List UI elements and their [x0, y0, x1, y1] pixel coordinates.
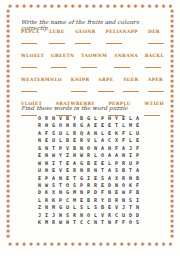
grid-cell: B: [71, 145, 78, 152]
grid-cell: T: [50, 145, 57, 152]
grid-cell: F: [120, 130, 127, 137]
grid-cell: N: [92, 130, 99, 137]
grid-cell: A: [99, 137, 106, 144]
grid-cell: A: [85, 122, 92, 129]
grid-cell: N: [78, 212, 85, 219]
grid-cell: R: [71, 130, 78, 137]
grid-cell: L: [57, 137, 64, 144]
grid-cell: T: [127, 167, 134, 174]
grid-cell: H: [43, 122, 50, 129]
grid-cell: L: [64, 130, 71, 137]
grid-cell: X: [113, 137, 120, 144]
grid-cell: M: [50, 204, 57, 211]
grid-cell: I: [85, 175, 92, 182]
grid-cell: O: [85, 145, 92, 152]
scramble-item: GEONR: [75, 29, 95, 44]
grid-cell: N: [64, 122, 71, 129]
grid-cell: Z: [36, 204, 43, 211]
grid-cell: L: [92, 212, 99, 219]
answer-blank: [98, 91, 114, 92]
grid-cell: P: [57, 197, 64, 204]
grid-cell: T: [127, 204, 134, 211]
grid-cell: N: [92, 219, 99, 226]
grid-cell: S: [127, 197, 134, 204]
grid-cell: F: [43, 130, 50, 137]
grid-cell: O: [127, 219, 134, 226]
grid-cell: G: [36, 145, 43, 152]
grid-cell: L: [92, 137, 99, 144]
grid-cell: Q: [78, 130, 85, 137]
grid-cell: E: [64, 175, 71, 182]
grid-cell: R: [92, 182, 99, 189]
grid-cell: E: [92, 160, 99, 167]
grid-cell: P: [57, 145, 64, 152]
grid-cell: P: [78, 182, 85, 189]
grid-cell: B: [134, 189, 141, 196]
grid-cell: B: [134, 175, 141, 182]
grid-cell: E: [99, 122, 106, 129]
grid-cell: O: [64, 182, 71, 189]
grid-cell: E: [99, 182, 106, 189]
grid-cell: V: [99, 212, 106, 219]
grid-cell: N: [57, 212, 64, 219]
grid-cell: R: [106, 212, 113, 219]
scramble-item: LUBE: [49, 29, 65, 44]
grid-cell: C: [113, 212, 120, 219]
grid-cell: R: [120, 160, 127, 167]
grid-cell: U: [50, 137, 57, 144]
grid-cell: T: [99, 219, 106, 226]
grid-cell: O: [85, 212, 92, 219]
grid-cell: R: [36, 122, 43, 129]
grid-cell: L: [36, 197, 43, 204]
scramble-item: BACKL: [145, 53, 164, 68]
grid-cell: Y: [71, 115, 78, 122]
grid-cell: N: [113, 182, 120, 189]
scrambled-word: GEONR: [75, 29, 95, 34]
instruction-wordsearch: Find these words in the word puzzle: [21, 105, 166, 111]
grid-cell: T: [71, 219, 78, 226]
grid-cell: Z: [64, 152, 71, 159]
grid-cell: L: [127, 115, 134, 122]
grid-cell: E: [113, 189, 120, 196]
scrambled-word: KNIPR: [71, 77, 90, 82]
grid-cell: S: [99, 175, 106, 182]
grid-cell: M: [71, 189, 78, 196]
grid-cell: I: [127, 152, 134, 159]
grid-cell: M: [127, 122, 134, 129]
grid-cell: L: [106, 160, 113, 167]
grid-cell: E: [99, 160, 106, 167]
grid-cell: B: [99, 204, 106, 211]
grid-cell: N: [36, 182, 43, 189]
scramble-item: WLOELY: [21, 53, 44, 68]
grid-cell: T: [113, 122, 120, 129]
grid-cell: S: [64, 212, 71, 219]
grid-cell: U: [127, 160, 134, 167]
grid-cell: G: [78, 175, 85, 182]
grid-cell: E: [64, 167, 71, 174]
grid-cell: F: [113, 219, 120, 226]
grid-cell: E: [106, 204, 113, 211]
grid-cell: J: [127, 145, 134, 152]
grid-cell: W: [43, 182, 50, 189]
grid-cell: R: [71, 167, 78, 174]
grid-cell: S: [113, 167, 120, 174]
scramble-row-3: WEATERMNLOKNIPRARPEYGERAPER: [21, 77, 164, 92]
grid-cell: D: [134, 212, 141, 219]
grid-cell: R: [113, 197, 120, 204]
grid-cell: U: [64, 204, 71, 211]
grid-cell: W: [36, 160, 43, 167]
grid-cell: H: [43, 160, 50, 167]
grid-cell: K: [36, 219, 43, 226]
grid-cell: N: [57, 175, 64, 182]
grid-cell: U: [57, 130, 64, 137]
scramble-item: KNIPR: [71, 77, 90, 92]
scrambled-word: PELIANAPP: [106, 29, 138, 34]
grid-cell: X: [113, 175, 120, 182]
scramble-item: WEATERMNLO: [21, 77, 62, 92]
grid-cell: A: [113, 152, 120, 159]
grid-cell: D: [106, 197, 113, 204]
grid-cell: D: [106, 182, 113, 189]
grid-cell: O: [120, 182, 127, 189]
grid-cell: N: [36, 137, 43, 144]
answer-blank: [114, 67, 130, 68]
grid-cell: Y: [57, 152, 64, 159]
grid-cell: E: [120, 115, 127, 122]
grid-cell: S: [50, 182, 57, 189]
scrambled-word: TAOWNM: [81, 53, 107, 58]
grid-cell: A: [106, 167, 113, 174]
scrambled-word: ANBANA: [114, 53, 138, 58]
grid-cell: E: [71, 137, 78, 144]
grid-cell: N: [78, 167, 85, 174]
grid-cell: B: [85, 197, 92, 204]
answer-blank: [81, 67, 97, 68]
decorative-border-left: ✱ ✱ ✱ ✱ ✱ ✱ ✱ ✱ ✱ ✱ ✱ ✱ ✱ ✱ ✱ ✱ ✱ ✱ ✱ ✱ …: [5, 9, 11, 243]
grid-cell: P: [85, 189, 92, 196]
scrambled-word: GREETN: [51, 53, 74, 58]
grid-cell: S: [71, 182, 78, 189]
grid-cell: J: [50, 212, 57, 219]
grid-cell: N: [43, 204, 50, 211]
grid-cell: V: [113, 204, 120, 211]
grid-cell: J: [120, 204, 127, 211]
scrambled-word: DER: [148, 29, 160, 34]
grid-cell: F: [120, 137, 127, 144]
grid-cell: P: [99, 115, 106, 122]
grid-cell: V: [85, 137, 92, 144]
grid-cell: N: [106, 145, 113, 152]
grid-cell: A: [120, 145, 127, 152]
grid-cell: F: [120, 219, 127, 226]
grid-cell: R: [71, 122, 78, 129]
grid-cell: T: [57, 182, 64, 189]
answer-blank: [21, 43, 37, 44]
answer-blank: [75, 43, 91, 44]
grid-cell: R: [78, 137, 85, 144]
grid-cell: N: [43, 167, 50, 174]
grid-cell: G: [78, 122, 85, 129]
scramble-item: PELIANAPP: [106, 29, 138, 44]
grid-cell: B: [78, 115, 85, 122]
grid-cell: F: [113, 145, 120, 152]
grid-cell: G: [85, 115, 92, 122]
grid-cell: C: [106, 137, 113, 144]
grid-cell: N: [120, 197, 127, 204]
grid-cell: G: [57, 204, 64, 211]
grid-cell: G: [64, 189, 71, 196]
grid-cell: N: [78, 145, 85, 152]
grid-cell: C: [64, 197, 71, 204]
grid-cell: E: [92, 122, 99, 129]
grid-cell: V: [57, 167, 64, 174]
grid-cell: H: [106, 115, 113, 122]
scrambled-word: LUBE: [49, 29, 64, 34]
answer-blank: [144, 115, 160, 116]
answer-blank: [106, 43, 122, 44]
decorative-border-top: ✱ ✱ ✱ ✱ ✱ ✱ ✱ ✱ ✱ ✱ ✱ ✱ ✱ ✱ ✱ ✱ ✱ ✱ ✱ ✱ …: [8, 4, 172, 10]
grid-cell: F: [127, 189, 134, 196]
grid-cell: S: [78, 204, 85, 211]
grid-cell: B: [64, 137, 71, 144]
grid-cell: O: [57, 122, 64, 129]
grid-cell: E: [64, 160, 71, 167]
grid-cell: Y: [113, 115, 120, 122]
grid-cell: C: [85, 219, 92, 226]
grid-cell: I: [43, 212, 50, 219]
answer-blank: [21, 115, 37, 116]
grid-cell: R: [85, 182, 92, 189]
scramble-row-1: PEPLALUBEGEONRPELIANAPPDER: [21, 29, 164, 44]
answer-blank: [51, 67, 67, 68]
grid-cell: T: [99, 167, 106, 174]
grid-cell: E: [134, 122, 141, 129]
grid-cell: O: [99, 152, 106, 159]
grid-cell: E: [78, 197, 85, 204]
grid-cell: N: [106, 219, 113, 226]
grid-cell: S: [134, 219, 141, 226]
grid-cell: G: [78, 160, 85, 167]
answer-blank: [148, 91, 164, 92]
scramble-item: ARPE: [98, 77, 114, 92]
grid-cell: W: [57, 219, 64, 226]
grid-cell: N: [106, 189, 113, 196]
grid-cell: W: [120, 189, 127, 196]
grid-cell: F: [134, 182, 141, 189]
grid-cell: R: [120, 175, 127, 182]
grid-cell: H: [64, 219, 71, 226]
decorative-border-bottom: ✱ ✱ ✱ ✱ ✱ ✱ ✱ ✱ ✱ ✱ ✱ ✱ ✱ ✱ ✱ ✱ ✱ ✱ ✱ ✱ …: [8, 242, 172, 248]
wordsearch-grid: ORNVBYBGLPHYELARHGONRGAEEETLMEAFSULRQANL…: [36, 115, 141, 227]
grid-cell: S: [50, 130, 57, 137]
grid-cell: R: [92, 197, 99, 204]
grid-cell: E: [92, 175, 99, 182]
grid-cell: P: [134, 160, 141, 167]
grid-cell: S: [92, 204, 99, 211]
grid-cell: R: [85, 167, 92, 174]
grid-cell: A: [106, 152, 113, 159]
grid-cell: L: [92, 152, 99, 159]
grid-cell: W: [50, 152, 57, 159]
grid-cell: M: [71, 197, 78, 204]
grid-cell: N: [92, 167, 99, 174]
grid-cell: R: [85, 152, 92, 159]
grid-cell: W: [78, 152, 85, 159]
grid-cell: N: [92, 145, 99, 152]
scramble-item: TAOWNM: [81, 53, 107, 68]
grid-cell: E: [43, 137, 50, 144]
grid-cell: L: [85, 204, 92, 211]
grid-cell: R: [71, 212, 78, 219]
grid-cell: L: [127, 137, 134, 144]
scrambled-word: BACKL: [145, 53, 164, 58]
grid-cell: R: [43, 115, 50, 122]
scrambled-word: ARPE: [98, 77, 113, 82]
grid-cell: K: [43, 189, 50, 196]
grid-cell: T: [57, 160, 64, 167]
scramble-item: GREETN: [51, 53, 74, 68]
grid-cell: A: [134, 115, 141, 122]
grid-cell: E: [36, 152, 43, 159]
grid-cell: N: [78, 189, 85, 196]
grid-cell: O: [36, 115, 43, 122]
grid-cell: D: [92, 189, 99, 196]
scramble-item: DER: [148, 29, 164, 44]
grid-cell: F: [99, 189, 106, 196]
grid-cell: U: [36, 167, 43, 174]
grid-cell: M: [43, 219, 50, 226]
answer-blank: [145, 67, 161, 68]
grid-cell: L: [120, 122, 127, 129]
answer-blank: [71, 91, 87, 92]
grid-cell: V: [57, 115, 64, 122]
grid-cell: E: [106, 122, 113, 129]
answer-blank: [21, 91, 37, 92]
scramble-item: APER: [148, 77, 164, 92]
scramble-item: YGER: [123, 77, 139, 92]
grid-cell: R: [50, 219, 57, 226]
grid-cell: J: [36, 212, 43, 219]
decorative-border-right: ✱ ✱ ✱ ✱ ✱ ✱ ✱ ✱ ✱ ✱ ✱ ✱ ✱ ✱ ✱ ✱ ✱ ✱ ✱ ✱ …: [169, 9, 175, 243]
answer-blank: [49, 43, 65, 44]
grid-cell: X: [50, 189, 57, 196]
scrambled-word: WLOELY: [21, 53, 44, 58]
grid-cell: G: [50, 122, 57, 129]
grid-cell: Y: [99, 197, 106, 204]
grid-cell: C: [78, 219, 85, 226]
scrambled-word: YGER: [123, 77, 138, 82]
grid-cell: U: [120, 212, 127, 219]
grid-cell: B: [85, 160, 92, 167]
grid-cell: I: [50, 160, 57, 167]
grid-cell: H: [71, 152, 78, 159]
answer-blank: [123, 91, 139, 92]
scramble-row-2: WLOELYGREETNTAOWNMANBANABACKL: [21, 53, 164, 68]
grid-cell: N: [120, 152, 127, 159]
answer-blank: [21, 67, 37, 68]
grid-cell: A: [50, 175, 57, 182]
grid-cell: A: [71, 160, 78, 167]
grid-cell: V: [64, 145, 71, 152]
grid-cell: N: [50, 115, 57, 122]
scrambled-word: WEATERMNLO: [21, 77, 62, 82]
grid-cell: E: [36, 175, 43, 182]
grid-cell: N: [43, 152, 50, 159]
grid-cell: R: [43, 197, 50, 204]
grid-cell: L: [71, 204, 78, 211]
grid-cell: E: [106, 130, 113, 137]
grid-cell: D: [36, 189, 43, 196]
grid-cell: A: [36, 130, 43, 137]
grid-cell: P: [134, 152, 141, 159]
grid-cell: N: [134, 204, 141, 211]
grid-cell: A: [134, 167, 141, 174]
grid-cell: E: [50, 167, 57, 174]
grid-cell: E: [134, 137, 141, 144]
grid-cell: P: [43, 175, 50, 182]
grid-cell: L: [127, 130, 134, 137]
grid-cell: U: [134, 130, 141, 137]
scramble-item: ANBANA: [114, 53, 138, 68]
grid-cell: N: [57, 189, 64, 196]
grid-cell: A: [99, 145, 106, 152]
grid-cell: K: [113, 130, 120, 137]
grid-cell: N: [43, 145, 50, 152]
grid-cell: F: [134, 145, 141, 152]
grid-cell: I: [134, 197, 141, 204]
answer-blank: [148, 43, 164, 44]
grid-cell: L: [92, 115, 99, 122]
grid-cell: N: [127, 175, 134, 182]
grid-cell: P: [113, 160, 120, 167]
grid-cell: A: [85, 130, 92, 137]
grid-cell: K: [50, 197, 57, 204]
scramble-item: PEPLA: [21, 29, 39, 44]
grid-cell: T: [71, 175, 78, 182]
grid-cell: A: [106, 175, 113, 182]
grid-cell: B: [120, 167, 127, 174]
grid-cell: B: [64, 115, 71, 122]
grid-cell: L: [99, 130, 106, 137]
grid-cell: K: [127, 182, 134, 189]
scrambled-word: APER: [148, 77, 163, 82]
scrambled-word: PEPLA: [21, 29, 39, 34]
grid-cell: D: [127, 212, 134, 219]
